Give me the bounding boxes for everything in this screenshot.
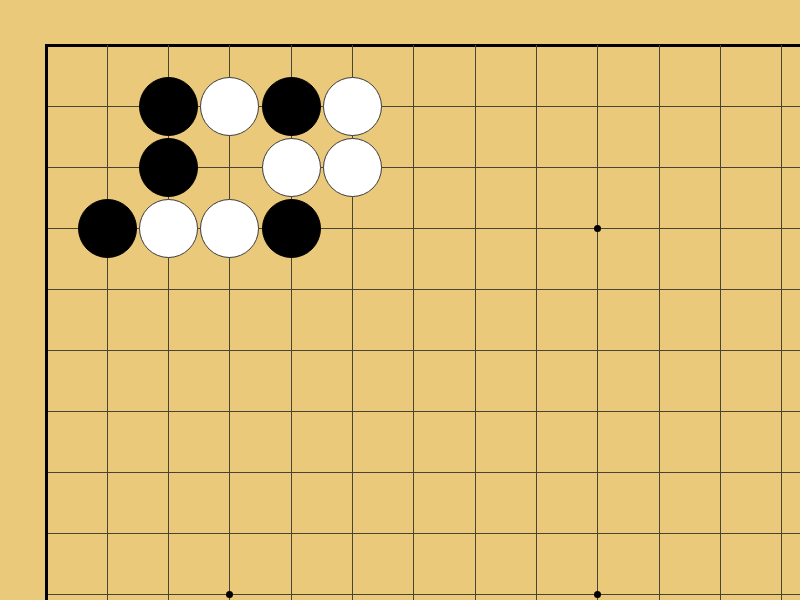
white-stone: ○ [139,199,198,258]
black-stone: ● [139,77,198,136]
stones-grid: ●○●○●○○●○○● [15,14,800,600]
white-stone: ○ [200,77,259,136]
go-board[interactable]: ●○●○●○○●○○● [0,0,800,600]
white-stone: ○ [200,199,259,258]
white-stone: ○ [323,77,382,136]
white-stone: ○ [323,138,382,197]
black-stone: ● [262,77,321,136]
black-stone: ● [262,199,321,258]
white-stone: ○ [262,138,321,197]
black-stone: ● [78,199,137,258]
black-stone: ● [139,138,198,197]
